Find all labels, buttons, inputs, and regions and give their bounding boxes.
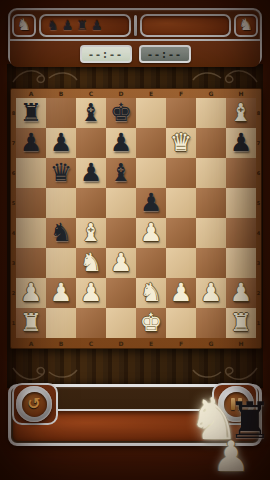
- square-h1[interactable]: ♜: [226, 308, 256, 338]
- file-label: C: [76, 339, 106, 348]
- square-c4[interactable]: ♝: [76, 218, 106, 248]
- square-f3[interactable]: [166, 248, 196, 278]
- piece-black-rook: ♜: [20, 100, 42, 125]
- file-label: E: [136, 339, 166, 348]
- file-labels-bottom: ABCDEFGH: [16, 339, 256, 348]
- piece-white-bishop: ♝: [80, 220, 102, 245]
- board-frame: ABCDEFGH 87654321 87654321 ♜♝♚♝♟♟♟♛♟♛♟♝♟…: [10, 88, 262, 349]
- square-a1[interactable]: ♜: [16, 308, 46, 338]
- square-h7[interactable]: ♟: [226, 128, 256, 158]
- captured-knight-icon: ♞: [47, 19, 59, 32]
- captured-rook-icon: ♜: [76, 19, 88, 32]
- square-c5[interactable]: [76, 188, 106, 218]
- piece-black-pawn: ♟: [50, 130, 72, 155]
- captured-pawn-icon: ♟: [91, 19, 103, 32]
- piece-black-knight: ♞: [50, 220, 72, 245]
- file-label: G: [196, 89, 226, 98]
- square-h2[interactable]: ♟: [226, 278, 256, 308]
- piece-white-pawn: ♟: [230, 280, 252, 305]
- square-f8[interactable]: [166, 98, 196, 128]
- file-label: G: [196, 339, 226, 348]
- rank-label: 2: [256, 278, 261, 308]
- piece-white-pawn: ♟: [110, 250, 132, 275]
- piece-black-pawn: ♟: [110, 130, 132, 155]
- piece-black-pawn: ♟: [140, 190, 162, 215]
- square-f2[interactable]: ♟: [166, 278, 196, 308]
- square-f4[interactable]: [166, 218, 196, 248]
- file-label: F: [166, 339, 196, 348]
- piece-black-pawn: ♟: [80, 160, 102, 185]
- file-label: F: [166, 89, 196, 98]
- pause-button[interactable]: [218, 386, 254, 422]
- pause-button-face: [224, 392, 249, 417]
- rank-label: 3: [256, 248, 261, 278]
- piece-white-pawn: ♟: [80, 280, 102, 305]
- piece-white-queen: ♛: [170, 130, 192, 155]
- square-g7[interactable]: [196, 128, 226, 158]
- scroll-ornament-bottom-left: [11, 364, 81, 384]
- square-d1[interactable]: [106, 308, 136, 338]
- square-g8[interactable]: [196, 98, 226, 128]
- square-b8[interactable]: [46, 98, 76, 128]
- square-d7[interactable]: ♟: [106, 128, 136, 158]
- file-label: B: [46, 339, 76, 348]
- square-c6[interactable]: ♟: [76, 158, 106, 188]
- piece-white-pawn: ♟: [50, 280, 72, 305]
- file-labels-top: ABCDEFGH: [16, 89, 256, 98]
- board: ♜♝♚♝♟♟♟♛♟♛♟♝♟♞♝♟♞♟♟♟♟♞♟♟♟♜♚♜: [16, 98, 256, 338]
- piece-white-knight: ♞: [140, 280, 162, 305]
- square-d5[interactable]: [106, 188, 136, 218]
- knight-icon: ♞: [239, 17, 253, 33]
- square-g5[interactable]: [196, 188, 226, 218]
- white-knight-emblem-right: ♞: [234, 14, 258, 37]
- square-f6[interactable]: [166, 158, 196, 188]
- undo-button-face: ↺: [22, 392, 47, 417]
- chess-app-screen: ♞ ♞♟♜♟ ♞ --:-- --:-- ABCDEFGH 87654321 8…: [0, 0, 270, 480]
- rank-label: 1: [256, 308, 261, 338]
- square-d8[interactable]: ♚: [106, 98, 136, 128]
- piece-white-king: ♚: [140, 310, 162, 335]
- rank-label: 6: [256, 158, 261, 188]
- square-c1[interactable]: [76, 308, 106, 338]
- square-g2[interactable]: ♟: [196, 278, 226, 308]
- piece-white-knight: ♞: [80, 250, 102, 275]
- rank-label: 8: [256, 98, 261, 128]
- square-a6[interactable]: [16, 158, 46, 188]
- top-status-panel: ♞ ♞♟♜♟ ♞ --:-- --:--: [8, 8, 262, 66]
- square-e3[interactable]: [136, 248, 166, 278]
- bottom-control-panel: ↺: [8, 384, 262, 446]
- piece-white-pawn: ♟: [140, 220, 162, 245]
- undo-button[interactable]: ↺: [16, 386, 52, 422]
- pause-icon: [238, 398, 242, 410]
- piece-black-bishop: ♝: [80, 100, 102, 125]
- piece-white-bishop: ♝: [230, 100, 252, 125]
- square-b7[interactable]: ♟: [46, 128, 76, 158]
- square-e5[interactable]: ♟: [136, 188, 166, 218]
- square-h4[interactable]: [226, 218, 256, 248]
- file-label: D: [106, 339, 136, 348]
- square-b6[interactable]: ♛: [46, 158, 76, 188]
- rank-label: 4: [256, 218, 261, 248]
- captured-pawn-icon: ♟: [62, 19, 74, 32]
- piece-white-rook: ♜: [230, 310, 252, 335]
- file-label: H: [226, 339, 256, 348]
- piece-white-pawn: ♟: [200, 280, 222, 305]
- black-clock: --:--: [139, 45, 191, 63]
- square-e2[interactable]: ♞: [136, 278, 166, 308]
- square-b5[interactable]: [46, 188, 76, 218]
- undo-icon: ↺: [27, 396, 40, 412]
- square-d4[interactable]: [106, 218, 136, 248]
- square-c7[interactable]: [76, 128, 106, 158]
- file-label: B: [46, 89, 76, 98]
- file-label: A: [16, 339, 46, 348]
- scroll-ornament-bottom-right: [189, 364, 259, 384]
- square-g6[interactable]: [196, 158, 226, 188]
- square-h3[interactable]: [226, 248, 256, 278]
- piece-black-bishop: ♝: [110, 160, 132, 185]
- square-a5[interactable]: [16, 188, 46, 218]
- white-clock: --:--: [80, 45, 132, 63]
- square-b3[interactable]: [46, 248, 76, 278]
- square-e8[interactable]: [136, 98, 166, 128]
- square-b2[interactable]: ♟: [46, 278, 76, 308]
- knight-icon: ♞: [17, 17, 31, 33]
- piece-black-pawn: ♟: [20, 130, 42, 155]
- piece-black-queen: ♛: [50, 160, 72, 185]
- piece-white-rook: ♜: [20, 310, 42, 335]
- square-f5[interactable]: [166, 188, 196, 218]
- square-b4[interactable]: ♞: [46, 218, 76, 248]
- square-a2[interactable]: ♟: [16, 278, 46, 308]
- square-g1[interactable]: [196, 308, 226, 338]
- piece-white-pawn: ♟: [170, 280, 192, 305]
- rank-label: 5: [256, 188, 261, 218]
- square-b1[interactable]: [46, 308, 76, 338]
- square-e1[interactable]: ♚: [136, 308, 166, 338]
- square-c2[interactable]: ♟: [76, 278, 106, 308]
- square-c8[interactable]: ♝: [76, 98, 106, 128]
- square-c3[interactable]: ♞: [76, 248, 106, 278]
- square-d2[interactable]: [106, 278, 136, 308]
- piece-white-pawn: ♟: [20, 280, 42, 305]
- square-e4[interactable]: ♟: [136, 218, 166, 248]
- square-f7[interactable]: ♛: [166, 128, 196, 158]
- square-e7[interactable]: [136, 128, 166, 158]
- square-g4[interactable]: [196, 218, 226, 248]
- file-label: E: [136, 89, 166, 98]
- piece-black-pawn: ♟: [230, 130, 252, 155]
- square-f1[interactable]: [166, 308, 196, 338]
- square-d3[interactable]: ♟: [106, 248, 136, 278]
- scroll-ornament-top-left: [11, 66, 81, 86]
- clocks-row: --:-- --:--: [10, 39, 260, 67]
- piece-black-king: ♚: [110, 100, 132, 125]
- captured-by-white-tray: ♞♟♜♟: [39, 14, 131, 37]
- tray-divider: [134, 15, 137, 36]
- scroll-ornament-top-right: [189, 66, 259, 86]
- square-h8[interactable]: ♝: [226, 98, 256, 128]
- rank-labels-right: 87654321: [256, 98, 261, 338]
- square-g3[interactable]: [196, 248, 226, 278]
- pause-icon: [231, 398, 235, 410]
- captured-by-black-tray: [140, 14, 232, 37]
- white-knight-emblem-left: ♞: [12, 14, 36, 37]
- captured-pieces-row: ♞ ♞♟♜♟ ♞: [10, 10, 260, 38]
- square-h5[interactable]: [226, 188, 256, 218]
- square-a3[interactable]: [16, 248, 46, 278]
- square-a4[interactable]: [16, 218, 46, 248]
- rank-label: 7: [256, 128, 261, 158]
- square-a8[interactable]: ♜: [16, 98, 46, 128]
- square-d6[interactable]: ♝: [106, 158, 136, 188]
- square-e6[interactable]: [136, 158, 166, 188]
- square-a7[interactable]: ♟: [16, 128, 46, 158]
- square-h6[interactable]: [226, 158, 256, 188]
